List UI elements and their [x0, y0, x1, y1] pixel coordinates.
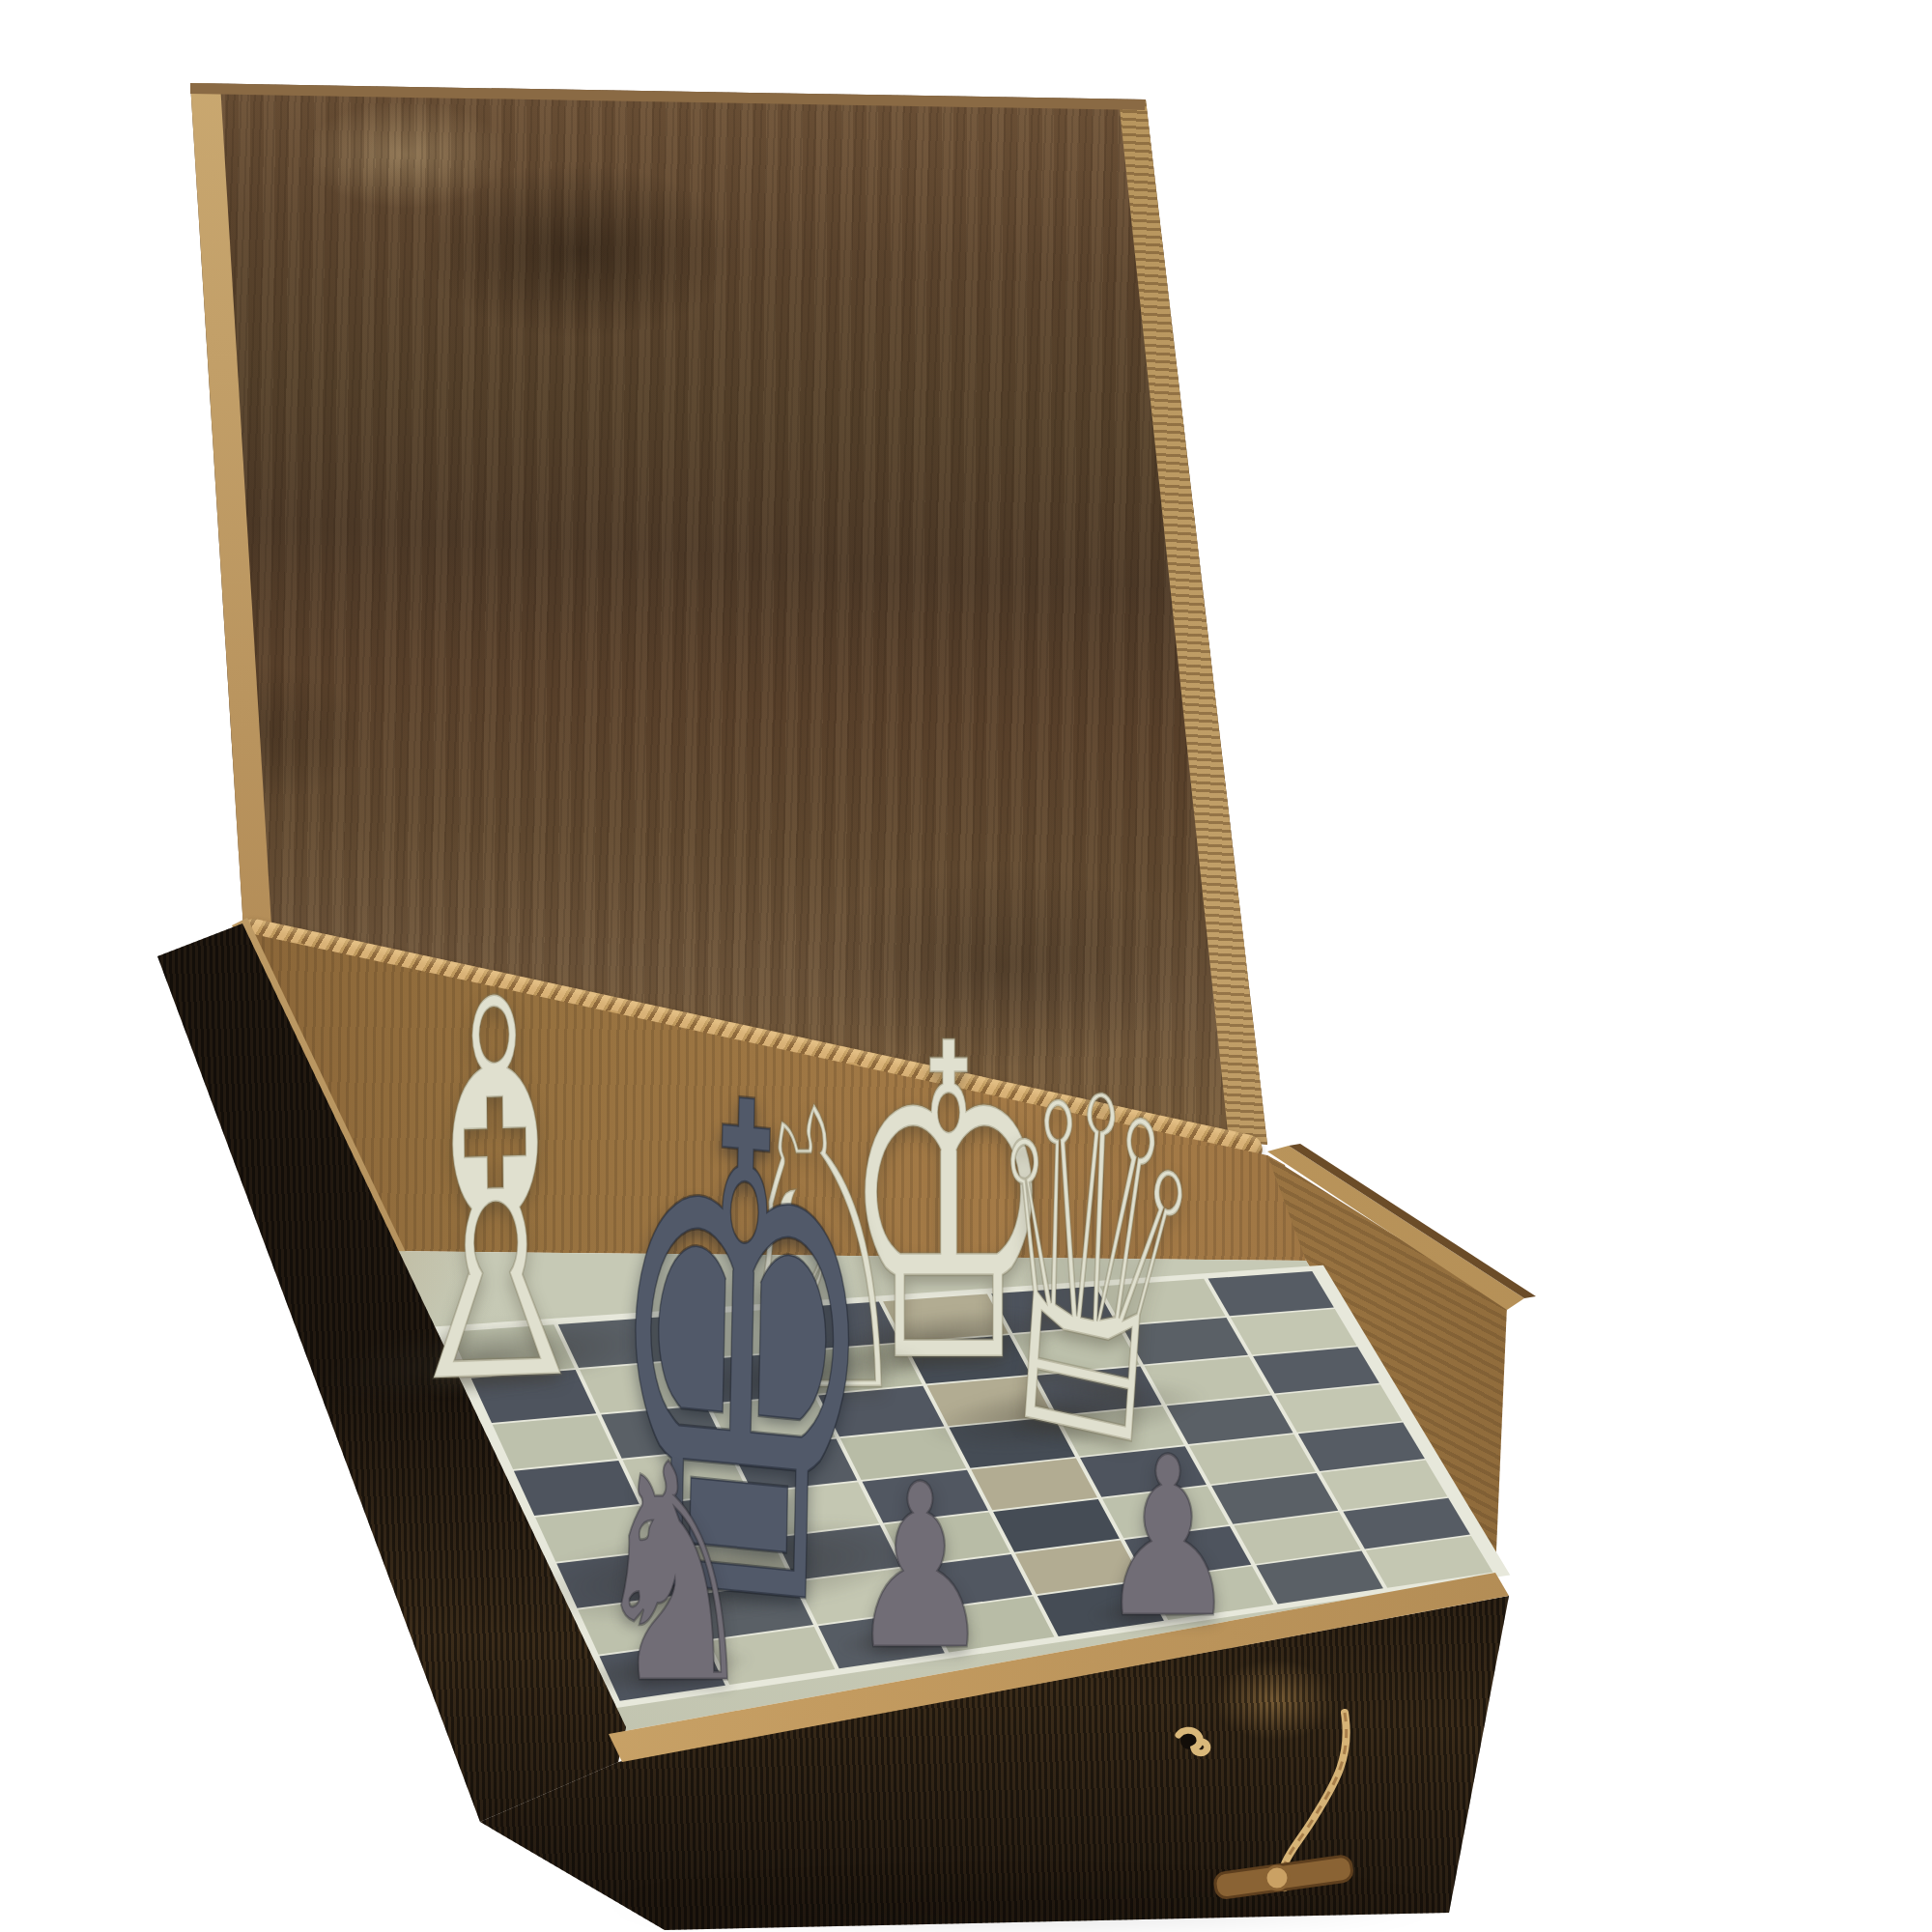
- piece-black-pawn[interactable]: ♟: [840, 1454, 1000, 1681]
- ground-shadow: [599, 1872, 1449, 1932]
- piece-black-pawn[interactable]: ♟: [1091, 1428, 1245, 1648]
- photo-scene: ♗♘♔♕♚♞♟♟: [0, 0, 1932, 1932]
- piece-black-knight[interactable]: ♞: [582, 1426, 767, 1725]
